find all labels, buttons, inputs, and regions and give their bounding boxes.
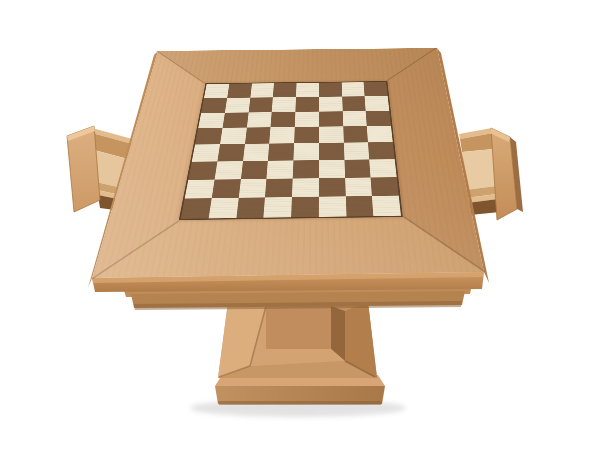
square-e1: [291, 197, 319, 217]
square-f7: [319, 96, 342, 111]
square-a7: [201, 98, 227, 113]
square-f4: [319, 143, 344, 160]
square-d3: [267, 160, 294, 178]
square-b3: [214, 161, 242, 179]
square-h7: [365, 96, 390, 111]
square-g7: [342, 96, 366, 111]
recess-back-panel: [266, 306, 331, 349]
square-a3: [188, 161, 217, 179]
square-c2: [238, 179, 266, 198]
square-g2: [345, 177, 372, 196]
square-h1: [372, 196, 401, 216]
square-g1: [345, 196, 373, 216]
square-b7: [225, 98, 250, 113]
square-d5: [269, 127, 294, 144]
square-g5: [343, 126, 368, 142]
pedestal-column: [218, 302, 377, 378]
square-c8: [250, 83, 274, 97]
square-e8: [296, 83, 319, 97]
square-e5: [294, 127, 319, 143]
square-e3: [293, 160, 319, 178]
square-f6: [319, 111, 343, 127]
square-a8: [204, 84, 229, 98]
square-b5: [220, 128, 247, 145]
square-d1: [264, 197, 292, 217]
square-f2: [319, 178, 346, 197]
square-a4: [192, 144, 220, 161]
square-c7: [248, 97, 273, 112]
plinth-bottom-edge: [218, 401, 382, 405]
square-h5: [367, 126, 393, 142]
board-grid: [181, 82, 401, 219]
square-d8: [273, 83, 297, 97]
square-e4: [293, 143, 318, 160]
square-a2: [185, 179, 215, 198]
square-a5: [195, 128, 222, 145]
square-a1: [181, 198, 212, 218]
square-f8: [319, 82, 342, 96]
square-e6: [295, 111, 319, 127]
square-h6: [366, 111, 391, 127]
square-c5: [245, 127, 271, 144]
square-b6: [222, 112, 248, 128]
square-h4: [368, 142, 395, 159]
square-b8: [227, 83, 252, 97]
square-f5: [319, 126, 344, 142]
square-c6: [247, 112, 272, 128]
square-b1: [208, 198, 238, 218]
square-g3: [344, 159, 371, 177]
square-d7: [272, 97, 296, 112]
square-b4: [217, 144, 244, 161]
square-b2: [212, 179, 241, 198]
square-d6: [271, 112, 296, 128]
square-c1: [236, 198, 265, 218]
square-g8: [341, 82, 364, 96]
square-f1: [319, 196, 346, 216]
square-g4: [343, 142, 369, 159]
plinth-base: [215, 375, 385, 405]
square-f3: [319, 160, 345, 178]
square-d2: [265, 178, 293, 197]
square-e2: [292, 178, 319, 197]
tabletop: [92, 48, 484, 278]
square-c4: [243, 144, 270, 161]
square-h8: [364, 82, 388, 96]
square-c3: [241, 161, 268, 179]
square-g6: [342, 111, 367, 127]
square-a6: [198, 113, 225, 129]
product-photo: [0, 0, 600, 450]
square-e7: [295, 97, 319, 112]
square-d4: [268, 143, 294, 160]
square-h2: [371, 177, 399, 196]
chessboard: [179, 81, 403, 220]
square-h3: [369, 159, 396, 177]
